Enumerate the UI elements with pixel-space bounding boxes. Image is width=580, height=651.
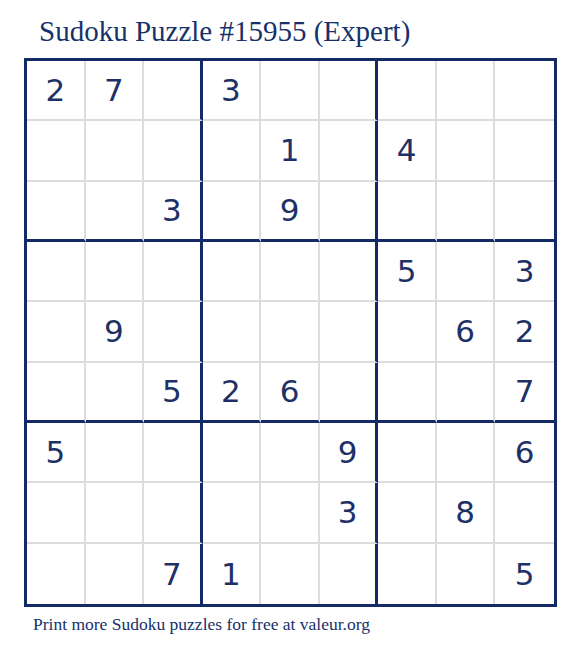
cell-r8c1: [27, 483, 86, 543]
cell-r9c4: 1: [203, 544, 262, 604]
cell-r8c6: 3: [320, 483, 379, 543]
cell-r4c6: [320, 242, 379, 302]
cell-r5c4: [203, 302, 262, 362]
cell-r4c2: [86, 242, 145, 302]
cell-r2c5: 1: [261, 121, 320, 181]
cell-r3c6: [320, 182, 379, 242]
cell-r3c7: [378, 182, 437, 242]
cell-r1c2: 7: [86, 61, 145, 121]
cell-r6c1: [27, 363, 86, 423]
cell-r7c2: [86, 423, 145, 483]
cell-r1c9: [495, 61, 554, 121]
cell-r7c7: [378, 423, 437, 483]
cell-r9c5: [261, 544, 320, 604]
cell-r9c6: [320, 544, 379, 604]
cell-r2c1: [27, 121, 86, 181]
cell-r1c1: 2: [27, 61, 86, 121]
cell-r5c1: [27, 302, 86, 362]
cell-r7c4: [203, 423, 262, 483]
cell-r4c3: [144, 242, 203, 302]
cell-r3c2: [86, 182, 145, 242]
cell-r9c1: [27, 544, 86, 604]
cell-r3c5: 9: [261, 182, 320, 242]
cell-r8c7: [378, 483, 437, 543]
cell-r8c2: [86, 483, 145, 543]
cell-r6c7: [378, 363, 437, 423]
cell-r6c6: [320, 363, 379, 423]
cell-r5c9: 2: [495, 302, 554, 362]
cell-r4c1: [27, 242, 86, 302]
cell-r3c3: 3: [144, 182, 203, 242]
cell-r2c8: [437, 121, 496, 181]
cell-r9c3: 7: [144, 544, 203, 604]
cell-r7c8: [437, 423, 496, 483]
cell-r6c5: 6: [261, 363, 320, 423]
cell-r2c9: [495, 121, 554, 181]
cell-r4c9: 3: [495, 242, 554, 302]
cell-r4c8: [437, 242, 496, 302]
cell-r1c6: [320, 61, 379, 121]
cell-r7c5: [261, 423, 320, 483]
cell-r6c8: [437, 363, 496, 423]
page-title: Sudoku Puzzle #15955 (Expert): [39, 14, 410, 48]
cell-r9c8: [437, 544, 496, 604]
footer-text: Print more Sudoku puzzles for free at va…: [33, 614, 370, 635]
cell-r5c2: 9: [86, 302, 145, 362]
cell-r8c9: [495, 483, 554, 543]
cell-r4c4: [203, 242, 262, 302]
cell-r7c6: 9: [320, 423, 379, 483]
cell-r5c8: 6: [437, 302, 496, 362]
cell-r4c7: 5: [378, 242, 437, 302]
cell-r3c9: [495, 182, 554, 242]
cell-r2c2: [86, 121, 145, 181]
cell-r2c3: [144, 121, 203, 181]
cell-r1c3: [144, 61, 203, 121]
cell-r3c4: [203, 182, 262, 242]
cell-r8c5: [261, 483, 320, 543]
cell-r8c4: [203, 483, 262, 543]
cell-r5c5: [261, 302, 320, 362]
cell-r6c4: 2: [203, 363, 262, 423]
cell-r6c3: 5: [144, 363, 203, 423]
cell-r1c4: 3: [203, 61, 262, 121]
cell-r3c8: [437, 182, 496, 242]
cell-r5c3: [144, 302, 203, 362]
cell-r1c8: [437, 61, 496, 121]
cell-r9c2: [86, 544, 145, 604]
cell-r1c7: [378, 61, 437, 121]
cell-r7c3: [144, 423, 203, 483]
cell-r2c7: 4: [378, 121, 437, 181]
cell-r6c9: 7: [495, 363, 554, 423]
cell-r8c3: [144, 483, 203, 543]
cell-r7c9: 6: [495, 423, 554, 483]
cell-r2c4: [203, 121, 262, 181]
sudoku-board: 273143953962526759638715: [24, 58, 557, 607]
cell-r8c8: 8: [437, 483, 496, 543]
cell-r6c2: [86, 363, 145, 423]
cell-r9c9: 5: [495, 544, 554, 604]
cell-r5c7: [378, 302, 437, 362]
cell-r5c6: [320, 302, 379, 362]
cell-r7c1: 5: [27, 423, 86, 483]
sudoku-page: Sudoku Puzzle #15955 (Expert) 2731439539…: [0, 0, 580, 651]
cell-r1c5: [261, 61, 320, 121]
cell-r4c5: [261, 242, 320, 302]
cell-r9c7: [378, 544, 437, 604]
cell-r3c1: [27, 182, 86, 242]
cell-r2c6: [320, 121, 379, 181]
